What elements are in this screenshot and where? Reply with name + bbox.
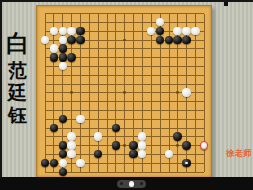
white-stone <box>191 27 199 35</box>
white-stone <box>50 27 58 35</box>
black-stone <box>76 27 84 35</box>
white-stone <box>182 88 190 96</box>
white-stone <box>147 27 155 35</box>
white-stone <box>182 27 190 35</box>
black-stone <box>156 27 164 35</box>
black-stone <box>59 150 67 158</box>
white-stone-red-circle <box>200 141 208 149</box>
black-stone <box>59 168 67 176</box>
black-stone-white-dot <box>182 159 190 167</box>
pill-right-dot-icon <box>140 182 143 185</box>
black-stone <box>67 53 75 61</box>
black-stone <box>59 115 67 123</box>
white-stone <box>67 141 75 149</box>
black-stone <box>129 150 137 158</box>
black-stone <box>76 36 84 44</box>
go-board[interactable] <box>36 5 212 178</box>
white-stone <box>59 27 67 35</box>
white-stone <box>165 150 173 158</box>
watermark-text: 徐老师 <box>226 148 252 160</box>
white-stone <box>59 159 67 167</box>
black-stone <box>165 36 173 44</box>
black-stone <box>112 124 120 132</box>
black-stone <box>182 36 190 44</box>
frame-left-edge <box>0 0 2 190</box>
black-stone <box>182 141 190 149</box>
white-stone <box>138 132 146 140</box>
white-stone <box>59 36 67 44</box>
playback-control-pill[interactable] <box>117 180 146 188</box>
white-stone <box>67 150 75 158</box>
black-stone <box>94 150 102 158</box>
black-stone <box>129 141 137 149</box>
white-stone <box>76 115 84 123</box>
black-stone <box>112 141 120 149</box>
white-stone <box>173 27 181 35</box>
video-frame: 白 范 廷 钰 徐老师 <box>0 0 253 190</box>
pill-toggle-knob-icon[interactable] <box>129 181 135 187</box>
white-stone <box>67 132 75 140</box>
white-stone <box>138 150 146 158</box>
black-stone <box>59 141 67 149</box>
black-stone <box>50 124 58 132</box>
white-stone <box>50 44 58 52</box>
player-name-char-3: 钰 <box>8 103 27 129</box>
pill-left-dot-icon <box>120 182 123 185</box>
white-stone <box>156 18 164 26</box>
black-stone <box>59 44 67 52</box>
black-stone <box>156 36 164 44</box>
white-stone <box>76 159 84 167</box>
frame-top-edge <box>0 0 253 2</box>
corner-artifact-dot <box>224 2 228 6</box>
white-stone <box>94 132 102 140</box>
black-stone <box>67 36 75 44</box>
white-stone <box>41 36 49 44</box>
black-stone <box>50 53 58 61</box>
black-stone <box>59 53 67 61</box>
stones-layer <box>41 9 209 176</box>
white-stone <box>59 62 67 70</box>
black-stone <box>173 132 181 140</box>
black-stone <box>41 159 49 167</box>
black-stone <box>50 159 58 167</box>
black-stone <box>173 36 181 44</box>
white-stone <box>138 141 146 149</box>
white-stone <box>67 27 75 35</box>
player-color-label: 白 <box>6 28 29 59</box>
